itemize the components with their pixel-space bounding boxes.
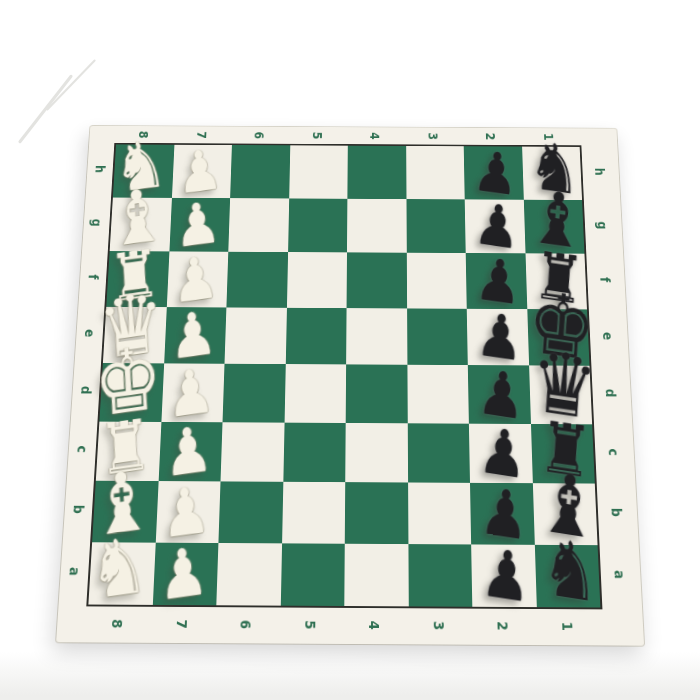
square-g5 (288, 198, 348, 252)
square-c2: ♟ (469, 423, 533, 483)
piece-white-pawn-f7: ♟ (170, 252, 220, 308)
coords-bottom: 87654321 (84, 605, 600, 646)
square-c6 (221, 422, 285, 482)
square-a4 (344, 543, 408, 606)
piece-black-pawn-a2: ♟ (479, 544, 533, 608)
background-shading (0, 652, 700, 700)
square-d4 (346, 364, 408, 422)
square-h3 (406, 146, 465, 199)
piece-white-pawn-e7: ♟ (167, 307, 217, 364)
square-g4 (347, 198, 406, 252)
piece-black-pawn-c2: ♟ (477, 423, 529, 484)
square-g8: ♝ (110, 197, 172, 251)
square-e5 (285, 307, 346, 364)
square-e4 (346, 308, 407, 365)
square-a7: ♟ (152, 542, 218, 605)
square-a6 (216, 543, 281, 606)
square-a2: ♟ (471, 544, 536, 607)
square-d3 (407, 365, 469, 423)
piece-white-rook-f8: ♜ (108, 246, 162, 308)
square-h8: ♞ (113, 144, 174, 197)
square-f1: ♜ (525, 253, 587, 309)
square-e3 (407, 308, 468, 365)
piece-black-pawn-e2: ♟ (475, 309, 526, 367)
square-a1: ♞ (534, 544, 600, 607)
square-g3 (406, 199, 466, 253)
square-f3 (406, 253, 466, 309)
square-e1: ♚ (527, 309, 590, 366)
square-c7: ♟ (158, 422, 222, 482)
product-photo-scene: 87654321 87654321 hgfedcba hgfedcba ♞♟♟♞… (0, 0, 700, 700)
piece-black-knight-a1: ♞ (539, 534, 601, 609)
square-c1: ♜ (530, 424, 594, 484)
square-c5 (283, 422, 346, 482)
square-g1: ♝ (523, 199, 584, 253)
piece-white-pawn-a7: ♟ (156, 543, 209, 606)
square-d2: ♟ (468, 365, 531, 423)
square-a5 (280, 543, 344, 606)
square-h2: ♟ (464, 146, 524, 199)
vinyl-board-sheet: 87654321 87654321 hgfedcba hgfedcba ♞♟♟♞… (56, 126, 644, 646)
square-h4 (347, 146, 406, 199)
square-e8: ♛ (103, 306, 166, 363)
square-f8: ♜ (106, 251, 169, 307)
square-f6 (226, 252, 287, 308)
square-c4 (345, 423, 407, 483)
square-h1: ♞ (522, 147, 582, 200)
piece-black-pawn-h2: ♟ (471, 146, 520, 200)
piece-white-knight-a8: ♞ (88, 532, 149, 606)
piece-black-rook-f1: ♜ (531, 248, 586, 310)
square-e6 (224, 307, 286, 364)
square-b7: ♟ (155, 481, 220, 542)
square-f4 (347, 252, 407, 308)
piece-white-pawn-b7: ♟ (159, 481, 211, 543)
piece-black-pawn-d2: ♟ (476, 365, 528, 424)
piece-white-pawn-g7: ♟ (173, 198, 222, 252)
square-d8: ♚ (99, 363, 163, 421)
piece-white-pawn-d7: ♟ (165, 364, 216, 423)
piece-white-knight-h8: ♞ (113, 136, 170, 198)
square-g2: ♟ (465, 199, 525, 253)
square-d7: ♟ (161, 363, 225, 421)
piece-black-knight-h1: ♞ (526, 138, 583, 201)
square-c8: ♜ (96, 421, 161, 481)
square-b8: ♝ (92, 481, 158, 542)
piece-black-rook-c1: ♜ (537, 418, 594, 485)
square-f2: ♟ (466, 253, 527, 309)
square-e2: ♟ (467, 308, 529, 365)
piece-white-rook-c8: ♜ (98, 416, 154, 482)
piece-black-pawn-f2: ♟ (473, 253, 523, 309)
square-g6 (228, 198, 288, 252)
square-d1: ♛ (529, 365, 592, 423)
square-b2: ♟ (470, 483, 534, 545)
square-f5 (286, 252, 346, 308)
sheet-corner-crease (46, 59, 96, 111)
piece-white-pawn-h7: ♟ (175, 145, 224, 198)
square-b6 (218, 481, 282, 542)
square-h6 (230, 145, 290, 198)
square-a8: ♞ (88, 542, 155, 605)
square-h5 (289, 145, 348, 198)
square-b1: ♝ (532, 483, 597, 545)
square-f7: ♟ (166, 251, 228, 307)
square-d6 (223, 364, 286, 422)
square-h7: ♟ (172, 145, 232, 198)
square-a3 (408, 544, 472, 607)
square-b4 (345, 482, 408, 543)
piece-white-pawn-c7: ♟ (162, 422, 214, 482)
chess-board: ♞♟♟♞♝♟♟♝♜♟♟♜♛♟♟♚♚♟♟♛♜♟♟♜♝♟♟♝♞♟♟♞ (86, 143, 602, 610)
square-g7: ♟ (169, 197, 230, 251)
piece-black-pawn-b2: ♟ (478, 483, 531, 545)
piece-black-pawn-g2: ♟ (472, 199, 522, 254)
square-c3 (407, 423, 470, 483)
square-b5 (282, 482, 346, 543)
square-d5 (284, 364, 346, 422)
square-b3 (408, 482, 472, 544)
square-e7: ♟ (164, 307, 227, 364)
